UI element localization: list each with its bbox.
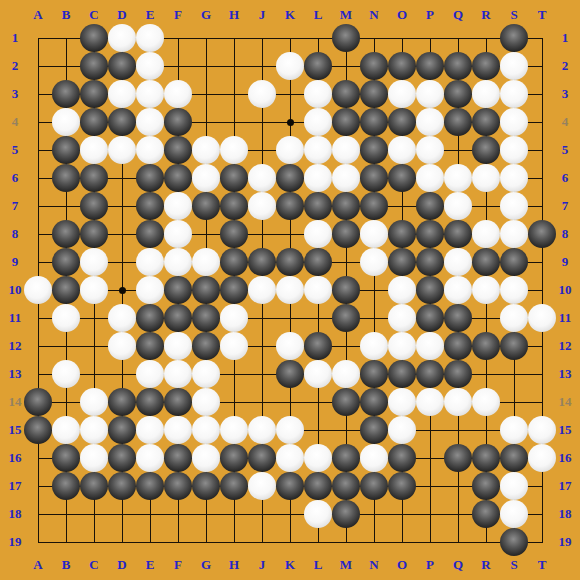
white-stone-M5 xyxy=(332,136,360,164)
black-stone-Q16 xyxy=(444,444,472,472)
black-stone-G10 xyxy=(192,276,220,304)
black-stone-B6 xyxy=(52,164,80,192)
black-stone-M1 xyxy=(332,24,360,52)
black-stone-J16 xyxy=(248,444,276,472)
white-stone-H12 xyxy=(220,332,248,360)
black-stone-Q3 xyxy=(444,80,472,108)
white-stone-B11 xyxy=(52,304,80,332)
black-stone-C8 xyxy=(80,220,108,248)
black-stone-Q8 xyxy=(444,220,472,248)
white-stone-M13 xyxy=(332,360,360,388)
white-stone-B15 xyxy=(52,416,80,444)
white-stone-P6 xyxy=(416,164,444,192)
white-stone-S4 xyxy=(500,108,528,136)
row-label-right-13: 13 xyxy=(552,366,578,382)
black-stone-K6 xyxy=(276,164,304,192)
black-stone-E12 xyxy=(136,332,164,360)
black-stone-M16 xyxy=(332,444,360,472)
white-stone-H5 xyxy=(220,136,248,164)
white-stone-L4 xyxy=(304,108,332,136)
white-stone-N8 xyxy=(360,220,388,248)
white-stone-S17 xyxy=(500,472,528,500)
row-label-left-7: 7 xyxy=(2,198,28,214)
black-stone-G12 xyxy=(192,332,220,360)
black-stone-B3 xyxy=(52,80,80,108)
white-stone-Q7 xyxy=(444,192,472,220)
white-stone-F3 xyxy=(164,80,192,108)
white-stone-D1 xyxy=(108,24,136,52)
col-label-bottom-E: E xyxy=(137,557,163,573)
col-label-top-C: C xyxy=(81,7,107,23)
black-stone-S19 xyxy=(500,528,528,556)
white-stone-E4 xyxy=(136,108,164,136)
white-stone-O11 xyxy=(388,304,416,332)
black-stone-D17 xyxy=(108,472,136,500)
row-label-left-4: 4 xyxy=(2,114,28,130)
black-stone-N17 xyxy=(360,472,388,500)
white-stone-L6 xyxy=(304,164,332,192)
row-label-right-1: 1 xyxy=(552,30,578,46)
black-stone-L12 xyxy=(304,332,332,360)
black-stone-O8 xyxy=(388,220,416,248)
white-stone-L18 xyxy=(304,500,332,528)
white-stone-G13 xyxy=(192,360,220,388)
white-stone-Q14 xyxy=(444,388,472,416)
white-stone-F9 xyxy=(164,248,192,276)
white-stone-K16 xyxy=(276,444,304,472)
row-label-left-3: 3 xyxy=(2,86,28,102)
white-stone-J6 xyxy=(248,164,276,192)
black-stone-L7 xyxy=(304,192,332,220)
black-stone-O16 xyxy=(388,444,416,472)
black-stone-G17 xyxy=(192,472,220,500)
black-stone-N15 xyxy=(360,416,388,444)
white-stone-G15 xyxy=(192,416,220,444)
white-stone-B13 xyxy=(52,360,80,388)
row-label-right-18: 18 xyxy=(552,506,578,522)
row-label-left-19: 19 xyxy=(2,534,28,550)
row-label-left-2: 2 xyxy=(2,58,28,74)
col-label-top-N: N xyxy=(361,7,387,23)
black-stone-F11 xyxy=(164,304,192,332)
black-stone-F14 xyxy=(164,388,192,416)
row-label-right-4: 4 xyxy=(552,114,578,130)
black-stone-P11 xyxy=(416,304,444,332)
white-stone-C16 xyxy=(80,444,108,472)
white-stone-S3 xyxy=(500,80,528,108)
col-label-top-F: F xyxy=(165,7,191,23)
white-stone-T11 xyxy=(528,304,556,332)
row-label-left-1: 1 xyxy=(2,30,28,46)
col-label-bottom-L: L xyxy=(305,557,331,573)
white-stone-N9 xyxy=(360,248,388,276)
row-label-right-3: 3 xyxy=(552,86,578,102)
col-label-bottom-B: B xyxy=(53,557,79,573)
col-label-bottom-S: S xyxy=(501,557,527,573)
black-stone-D4 xyxy=(108,108,136,136)
black-stone-H10 xyxy=(220,276,248,304)
black-stone-K17 xyxy=(276,472,304,500)
black-stone-O13 xyxy=(388,360,416,388)
white-stone-S2 xyxy=(500,52,528,80)
black-stone-M10 xyxy=(332,276,360,304)
black-stone-R9 xyxy=(472,248,500,276)
white-stone-F15 xyxy=(164,416,192,444)
black-stone-R17 xyxy=(472,472,500,500)
black-stone-E8 xyxy=(136,220,164,248)
white-stone-R6 xyxy=(472,164,500,192)
black-stone-L9 xyxy=(304,248,332,276)
col-label-bottom-K: K xyxy=(277,557,303,573)
black-stone-B17 xyxy=(52,472,80,500)
black-stone-Q4 xyxy=(444,108,472,136)
black-stone-H8 xyxy=(220,220,248,248)
black-stone-E7 xyxy=(136,192,164,220)
white-stone-P14 xyxy=(416,388,444,416)
row-label-right-5: 5 xyxy=(552,142,578,158)
black-stone-Q12 xyxy=(444,332,472,360)
white-stone-D11 xyxy=(108,304,136,332)
white-stone-L3 xyxy=(304,80,332,108)
col-label-bottom-R: R xyxy=(473,557,499,573)
col-label-top-E: E xyxy=(137,7,163,23)
row-label-right-12: 12 xyxy=(552,338,578,354)
row-label-right-6: 6 xyxy=(552,170,578,186)
black-stone-M8 xyxy=(332,220,360,248)
white-stone-G5 xyxy=(192,136,220,164)
black-stone-D14 xyxy=(108,388,136,416)
black-stone-A15 xyxy=(24,416,52,444)
white-stone-P12 xyxy=(416,332,444,360)
black-stone-N2 xyxy=(360,52,388,80)
white-stone-C15 xyxy=(80,416,108,444)
black-stone-K13 xyxy=(276,360,304,388)
white-stone-F7 xyxy=(164,192,192,220)
white-stone-S15 xyxy=(500,416,528,444)
white-stone-E9 xyxy=(136,248,164,276)
col-label-top-P: P xyxy=(417,7,443,23)
row-label-left-6: 6 xyxy=(2,170,28,186)
col-label-top-D: D xyxy=(109,7,135,23)
white-stone-H15 xyxy=(220,416,248,444)
col-label-bottom-C: C xyxy=(81,557,107,573)
black-stone-O17 xyxy=(388,472,416,500)
black-stone-N6 xyxy=(360,164,388,192)
black-stone-F5 xyxy=(164,136,192,164)
black-stone-M4 xyxy=(332,108,360,136)
white-stone-D12 xyxy=(108,332,136,360)
black-stone-M17 xyxy=(332,472,360,500)
row-label-right-2: 2 xyxy=(552,58,578,74)
black-stone-P13 xyxy=(416,360,444,388)
black-stone-P9 xyxy=(416,248,444,276)
black-stone-O6 xyxy=(388,164,416,192)
white-stone-C9 xyxy=(80,248,108,276)
white-stone-S7 xyxy=(500,192,528,220)
black-stone-M14 xyxy=(332,388,360,416)
white-stone-E5 xyxy=(136,136,164,164)
white-stone-Q6 xyxy=(444,164,472,192)
black-stone-N13 xyxy=(360,360,388,388)
white-stone-G16 xyxy=(192,444,220,472)
black-stone-E6 xyxy=(136,164,164,192)
white-stone-K15 xyxy=(276,416,304,444)
white-stone-L13 xyxy=(304,360,332,388)
col-label-top-S: S xyxy=(501,7,527,23)
black-stone-F4 xyxy=(164,108,192,136)
row-label-right-17: 17 xyxy=(552,478,578,494)
black-stone-O9 xyxy=(388,248,416,276)
black-stone-N4 xyxy=(360,108,388,136)
black-stone-K9 xyxy=(276,248,304,276)
col-label-bottom-T: T xyxy=(529,557,555,573)
white-stone-D3 xyxy=(108,80,136,108)
white-stone-E13 xyxy=(136,360,164,388)
black-stone-P10 xyxy=(416,276,444,304)
black-stone-S16 xyxy=(500,444,528,472)
white-stone-S11 xyxy=(500,304,528,332)
black-stone-Q11 xyxy=(444,304,472,332)
black-stone-D2 xyxy=(108,52,136,80)
col-label-top-M: M xyxy=(333,7,359,23)
black-stone-D16 xyxy=(108,444,136,472)
white-stone-G14 xyxy=(192,388,220,416)
white-stone-S10 xyxy=(500,276,528,304)
row-label-left-5: 5 xyxy=(2,142,28,158)
black-stone-R12 xyxy=(472,332,500,360)
black-stone-P2 xyxy=(416,52,444,80)
white-stone-Q10 xyxy=(444,276,472,304)
white-stone-O14 xyxy=(388,388,416,416)
black-stone-B8 xyxy=(52,220,80,248)
black-stone-T8 xyxy=(528,220,556,248)
black-stone-N5 xyxy=(360,136,388,164)
white-stone-K12 xyxy=(276,332,304,360)
black-stone-B9 xyxy=(52,248,80,276)
white-stone-G9 xyxy=(192,248,220,276)
row-label-left-17: 17 xyxy=(2,478,28,494)
white-stone-F8 xyxy=(164,220,192,248)
black-stone-A14 xyxy=(24,388,52,416)
white-stone-K2 xyxy=(276,52,304,80)
black-stone-C3 xyxy=(80,80,108,108)
black-stone-H16 xyxy=(220,444,248,472)
white-stone-R8 xyxy=(472,220,500,248)
black-stone-F16 xyxy=(164,444,192,472)
col-label-bottom-M: M xyxy=(333,557,359,573)
white-stone-C5 xyxy=(80,136,108,164)
black-stone-P7 xyxy=(416,192,444,220)
white-stone-P4 xyxy=(416,108,444,136)
black-stone-O2 xyxy=(388,52,416,80)
white-stone-L16 xyxy=(304,444,332,472)
white-stone-E2 xyxy=(136,52,164,80)
white-stone-C10 xyxy=(80,276,108,304)
col-label-top-J: J xyxy=(249,7,275,23)
black-stone-H9 xyxy=(220,248,248,276)
black-stone-O4 xyxy=(388,108,416,136)
black-stone-H17 xyxy=(220,472,248,500)
white-stone-R10 xyxy=(472,276,500,304)
white-stone-S8 xyxy=(500,220,528,248)
row-label-right-7: 7 xyxy=(552,198,578,214)
col-label-top-L: L xyxy=(305,7,331,23)
white-stone-M6 xyxy=(332,164,360,192)
white-stone-E15 xyxy=(136,416,164,444)
white-stone-J3 xyxy=(248,80,276,108)
black-stone-C4 xyxy=(80,108,108,136)
black-stone-N7 xyxy=(360,192,388,220)
row-label-left-12: 12 xyxy=(2,338,28,354)
white-stone-C14 xyxy=(80,388,108,416)
col-label-bottom-O: O xyxy=(389,557,415,573)
black-stone-G11 xyxy=(192,304,220,332)
row-label-left-11: 11 xyxy=(2,310,28,326)
black-stone-J9 xyxy=(248,248,276,276)
row-label-right-9: 9 xyxy=(552,254,578,270)
white-stone-O12 xyxy=(388,332,416,360)
col-label-bottom-Q: Q xyxy=(445,557,471,573)
black-stone-M18 xyxy=(332,500,360,528)
black-stone-R18 xyxy=(472,500,500,528)
black-stone-E14 xyxy=(136,388,164,416)
white-stone-J10 xyxy=(248,276,276,304)
col-label-top-O: O xyxy=(389,7,415,23)
col-label-top-K: K xyxy=(277,7,303,23)
white-stone-R14 xyxy=(472,388,500,416)
black-stone-Q2 xyxy=(444,52,472,80)
white-stone-S6 xyxy=(500,164,528,192)
black-stone-C17 xyxy=(80,472,108,500)
col-label-top-A: A xyxy=(25,7,51,23)
black-stone-E17 xyxy=(136,472,164,500)
black-stone-L17 xyxy=(304,472,332,500)
black-stone-E11 xyxy=(136,304,164,332)
white-stone-S5 xyxy=(500,136,528,164)
black-stone-M3 xyxy=(332,80,360,108)
black-stone-N3 xyxy=(360,80,388,108)
black-stone-F10 xyxy=(164,276,192,304)
black-stone-N14 xyxy=(360,388,388,416)
col-label-top-Q: Q xyxy=(445,7,471,23)
col-label-top-H: H xyxy=(221,7,247,23)
col-label-bottom-G: G xyxy=(193,557,219,573)
white-stone-O5 xyxy=(388,136,416,164)
black-stone-P8 xyxy=(416,220,444,248)
black-stone-H7 xyxy=(220,192,248,220)
black-stone-S12 xyxy=(500,332,528,360)
black-stone-G7 xyxy=(192,192,220,220)
white-stone-J15 xyxy=(248,416,276,444)
black-stone-Q13 xyxy=(444,360,472,388)
black-stone-M11 xyxy=(332,304,360,332)
col-label-top-T: T xyxy=(529,7,555,23)
white-stone-D5 xyxy=(108,136,136,164)
white-stone-F12 xyxy=(164,332,192,360)
black-stone-C7 xyxy=(80,192,108,220)
white-stone-O10 xyxy=(388,276,416,304)
black-stone-F17 xyxy=(164,472,192,500)
row-label-left-8: 8 xyxy=(2,226,28,242)
row-label-right-19: 19 xyxy=(552,534,578,550)
white-stone-J17 xyxy=(248,472,276,500)
black-stone-B5 xyxy=(52,136,80,164)
white-stone-Q9 xyxy=(444,248,472,276)
white-stone-L5 xyxy=(304,136,332,164)
white-stone-K5 xyxy=(276,136,304,164)
go-board[interactable]: ABCDEFGHJKLMNOPQRST ABCDEFGHJKLMNOPQRST … xyxy=(0,0,580,580)
row-label-left-18: 18 xyxy=(2,506,28,522)
col-label-bottom-J: J xyxy=(249,557,275,573)
white-stone-E1 xyxy=(136,24,164,52)
white-stone-S18 xyxy=(500,500,528,528)
white-stone-L10 xyxy=(304,276,332,304)
col-label-bottom-D: D xyxy=(109,557,135,573)
white-stone-J7 xyxy=(248,192,276,220)
black-stone-B16 xyxy=(52,444,80,472)
row-label-right-10: 10 xyxy=(552,282,578,298)
black-stone-S1 xyxy=(500,24,528,52)
black-stone-H6 xyxy=(220,164,248,192)
white-stone-L8 xyxy=(304,220,332,248)
black-stone-B10 xyxy=(52,276,80,304)
white-stone-E10 xyxy=(136,276,164,304)
col-label-bottom-P: P xyxy=(417,557,443,573)
black-stone-R16 xyxy=(472,444,500,472)
white-stone-P3 xyxy=(416,80,444,108)
row-label-right-14: 14 xyxy=(552,394,578,410)
star-point-D10 xyxy=(119,287,126,294)
white-stone-R3 xyxy=(472,80,500,108)
black-stone-C2 xyxy=(80,52,108,80)
black-stone-L2 xyxy=(304,52,332,80)
black-stone-R4 xyxy=(472,108,500,136)
white-stone-O15 xyxy=(388,416,416,444)
white-stone-E3 xyxy=(136,80,164,108)
black-stone-D15 xyxy=(108,416,136,444)
col-label-top-R: R xyxy=(473,7,499,23)
row-label-left-16: 16 xyxy=(2,450,28,466)
white-stone-F13 xyxy=(164,360,192,388)
white-stone-H11 xyxy=(220,304,248,332)
white-stone-K10 xyxy=(276,276,304,304)
white-stone-N12 xyxy=(360,332,388,360)
white-stone-A10 xyxy=(24,276,52,304)
black-stone-R2 xyxy=(472,52,500,80)
black-stone-C6 xyxy=(80,164,108,192)
col-label-bottom-N: N xyxy=(361,557,387,573)
black-stone-K7 xyxy=(276,192,304,220)
white-stone-E16 xyxy=(136,444,164,472)
row-label-left-9: 9 xyxy=(2,254,28,270)
white-stone-T15 xyxy=(528,416,556,444)
white-stone-T16 xyxy=(528,444,556,472)
black-stone-S9 xyxy=(500,248,528,276)
col-label-bottom-A: A xyxy=(25,557,51,573)
white-stone-N16 xyxy=(360,444,388,472)
black-stone-F6 xyxy=(164,164,192,192)
black-stone-M7 xyxy=(332,192,360,220)
star-point-K4 xyxy=(287,119,294,126)
black-stone-C1 xyxy=(80,24,108,52)
white-stone-G6 xyxy=(192,164,220,192)
col-label-bottom-F: F xyxy=(165,557,191,573)
col-label-top-B: B xyxy=(53,7,79,23)
white-stone-B4 xyxy=(52,108,80,136)
white-stone-P5 xyxy=(416,136,444,164)
col-label-top-G: G xyxy=(193,7,219,23)
white-stone-O3 xyxy=(388,80,416,108)
